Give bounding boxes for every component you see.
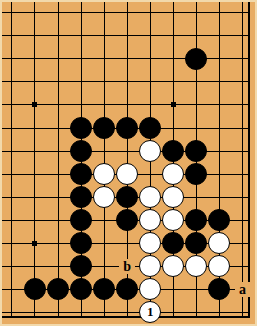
white-stone-n6 [93,186,115,208]
black-stone-m8 [70,140,92,162]
grid-line-vertical [242,0,243,318]
grid-line-vertical [34,0,35,318]
white-stone-q7 [162,163,184,185]
black-stone-m7 [70,163,92,185]
black-stone-m2 [70,278,92,300]
grid-line-vertical [58,0,59,318]
black-stone-m3 [70,255,92,277]
black-stone-r7 [185,163,207,185]
black-stone-q8 [162,140,184,162]
black-stone-l2 [47,278,69,300]
black-stone-s5 [208,209,230,231]
white-stone-q5 [162,209,184,231]
black-stone-o6 [116,186,138,208]
white-stone-q3 [162,255,184,277]
grid-line-horizontal [0,35,250,36]
white-stone-p6 [139,186,161,208]
white-stone-n7 [93,163,115,185]
grid-line-horizontal [0,58,250,59]
star-point-k10 [32,102,37,107]
black-stone-m9 [70,117,92,139]
black-stone-r12 [185,48,207,70]
go-board: ab1 [0,0,257,326]
black-stone-m4 [70,232,92,254]
black-stone-n9 [93,117,115,139]
black-stone-q4 [162,232,184,254]
black-stone-r8 [185,140,207,162]
move-number-label: 1 [140,302,160,322]
black-stone-m5 [70,209,92,231]
grid-line-vertical [104,0,105,318]
black-stone-p9 [139,117,161,139]
black-stone-o5 [116,209,138,231]
grid-line-vertical [11,0,12,318]
black-stone-k2 [24,278,46,300]
white-stone-p2 [139,278,161,300]
white-stone-o7 [116,163,138,185]
grid-line-horizontal [0,312,250,313]
white-stone-r3 [185,255,207,277]
star-point-q10 [171,102,176,107]
white-stone-p4 [139,232,161,254]
black-stone-r4 [185,232,207,254]
board-edge-right [248,0,251,318]
grid-line-horizontal [0,81,250,82]
point-label-a: a [235,282,251,297]
point-label-b: b [119,259,135,274]
grid-line-horizontal [0,151,250,152]
white-stone-p5 [139,209,161,231]
white-stone-s3 [208,255,230,277]
black-stone-m6 [70,186,92,208]
white-stone-p3 [139,255,161,277]
star-point-k4 [32,241,37,246]
grid-line-horizontal [0,12,250,13]
board-edge-bottom [0,316,250,319]
black-stone-o9 [116,117,138,139]
move-stone-1: 1 [139,301,161,323]
white-stone-p8 [139,140,161,162]
grid-line-horizontal [0,104,250,105]
white-stone-s4 [208,232,230,254]
black-stone-o2 [116,278,138,300]
black-stone-r5 [185,209,207,231]
white-stone-q6 [162,186,184,208]
black-stone-s2 [208,278,230,300]
go-diagram: ab1 [0,0,257,326]
black-stone-n2 [93,278,115,300]
